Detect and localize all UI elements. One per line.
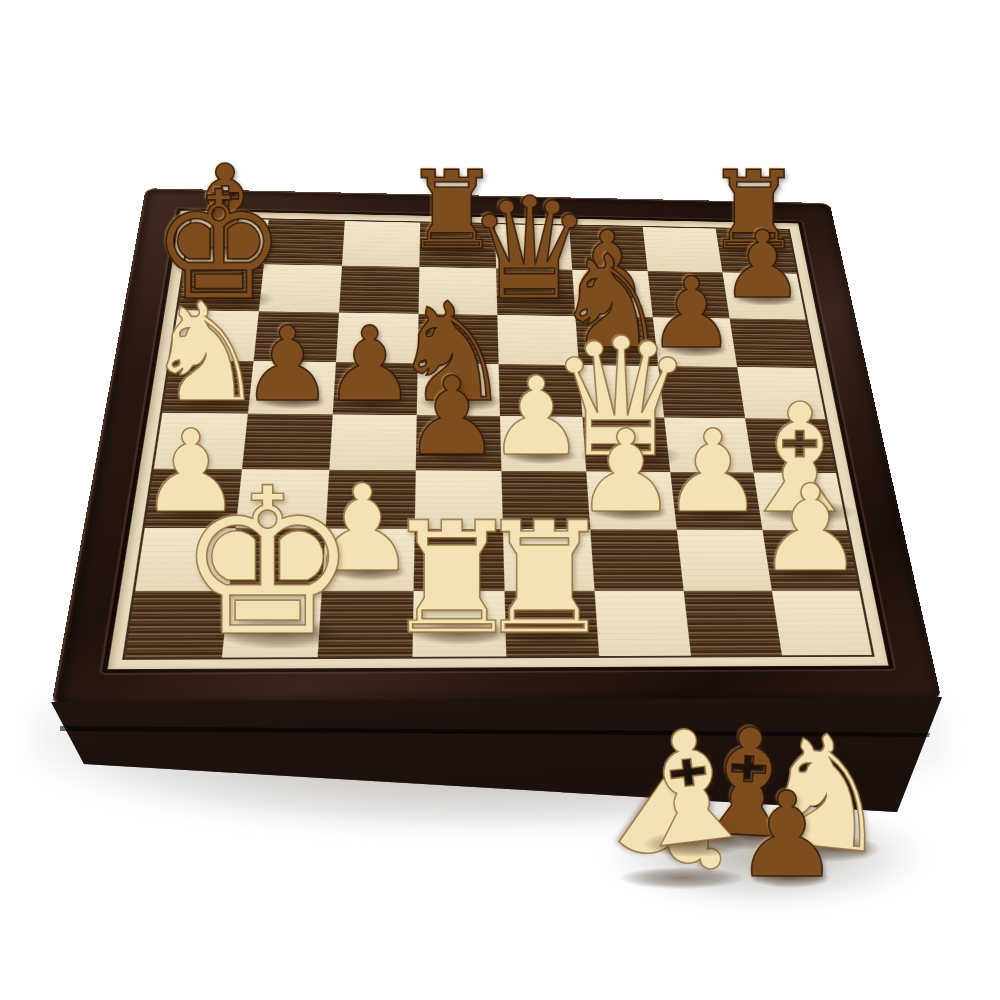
piece-white-rook-e1[interactable]: ♜ [475, 502, 613, 656]
chess-set-photo: ♝♜♜♚♛♟♟♞♟♞♟♟♞♟♟♛♟♟♟♝♟♟♚♜♜♟♝♝♟♞ [0, 0, 1000, 1000]
piece-black-pawn-d4[interactable]: ♟ [403, 363, 500, 471]
square-g1[interactable] [684, 591, 782, 656]
piece-black-pawn-b5[interactable]: ♟ [241, 313, 333, 416]
captured-black-pawn[interactable]: ♟ [734, 776, 840, 894]
piece-white-king-b1[interactable]: ♚ [176, 461, 358, 664]
square-h6[interactable] [730, 318, 816, 368]
square-h1[interactable] [772, 591, 872, 656]
piece-white-pawn-h2[interactable]: ♟ [757, 469, 864, 589]
